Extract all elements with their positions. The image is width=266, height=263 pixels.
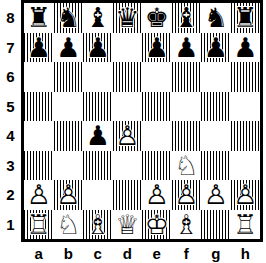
rank-label: 5 [0, 92, 21, 122]
square-e6[interactable] [142, 62, 172, 92]
square-c8[interactable]: ♝♝ [83, 3, 113, 33]
piece-halo: ♟ [54, 180, 84, 210]
square-f1[interactable]: ♝♗ [172, 210, 202, 240]
square-c2[interactable] [83, 180, 113, 210]
piece-halo: ♛ [113, 3, 143, 33]
square-e1[interactable]: ♚♔ [142, 210, 172, 240]
square-h3[interactable] [231, 151, 261, 181]
black-pawn-icon: ♟ [83, 121, 113, 151]
square-d1[interactable]: ♛♕ [113, 210, 143, 240]
square-b4[interactable] [54, 121, 84, 151]
square-e4[interactable] [142, 121, 172, 151]
square-a6[interactable] [24, 62, 54, 92]
piece-halo: ♞ [172, 151, 202, 181]
black-rook-icon: ♜ [24, 3, 54, 33]
square-d5[interactable] [113, 92, 143, 122]
white-queen-icon: ♕ [113, 210, 143, 240]
file-label: g [201, 243, 231, 263]
piece-halo: ♝ [83, 3, 113, 33]
square-f8[interactable]: ♝♝ [172, 3, 202, 33]
piece-halo: ♜ [24, 3, 54, 33]
square-a3[interactable] [24, 151, 54, 181]
square-g4[interactable] [201, 121, 231, 151]
square-b8[interactable]: ♞♞ [54, 3, 84, 33]
white-pawn-icon: ♙ [113, 121, 143, 151]
file-label: c [83, 243, 113, 263]
square-e7[interactable]: ♟♟ [142, 33, 172, 63]
rank-label: 2 [0, 180, 21, 210]
square-h6[interactable] [231, 62, 261, 92]
piece-halo: ♞ [54, 210, 84, 240]
square-a4[interactable] [24, 121, 54, 151]
file-label: f [172, 243, 202, 263]
square-c1[interactable]: ♝♗ [83, 210, 113, 240]
file-label: e [142, 243, 172, 263]
black-knight-icon: ♞ [201, 3, 231, 33]
piece-halo: ♟ [113, 121, 143, 151]
piece-halo: ♟ [201, 180, 231, 210]
square-d4[interactable]: ♟♙ [113, 121, 143, 151]
file-labels: a b c d e f g h [24, 243, 260, 263]
square-b7[interactable]: ♟♟ [54, 33, 84, 63]
square-f2[interactable]: ♟♙ [172, 180, 202, 210]
white-pawn-icon: ♙ [24, 180, 54, 210]
black-rook-icon: ♜ [231, 3, 261, 33]
file-label: h [231, 243, 261, 263]
rank-label: 4 [0, 121, 21, 151]
rank-label: 6 [0, 62, 21, 92]
white-rook-icon: ♖ [231, 210, 261, 240]
piece-halo: ♟ [54, 33, 84, 63]
white-bishop-icon: ♗ [172, 210, 202, 240]
square-d2[interactable] [113, 180, 143, 210]
white-knight-icon: ♘ [54, 210, 84, 240]
square-c7[interactable]: ♟♟ [83, 33, 113, 63]
piece-halo: ♜ [24, 210, 54, 240]
square-c5[interactable] [83, 92, 113, 122]
square-a5[interactable] [24, 92, 54, 122]
rank-label: 1 [0, 210, 21, 240]
square-h4[interactable] [231, 121, 261, 151]
black-bishop-icon: ♝ [172, 3, 202, 33]
piece-halo: ♞ [54, 3, 84, 33]
square-c3[interactable] [83, 151, 113, 181]
piece-halo: ♟ [142, 33, 172, 63]
square-b1[interactable]: ♞♘ [54, 210, 84, 240]
white-bishop-icon: ♗ [83, 210, 113, 240]
chess-board: ♜♜♞♞♝♝♛♛♚♚♝♝♞♞♜♜♟♟♟♟♟♟♟♟♟♟♟♟♟♟♟♟♟♙♞♘♟♙♟♙… [24, 3, 260, 239]
square-b5[interactable] [54, 92, 84, 122]
black-bishop-icon: ♝ [83, 3, 113, 33]
rank-label: 3 [0, 151, 21, 181]
piece-halo: ♝ [172, 3, 202, 33]
square-h8[interactable]: ♜♜ [231, 3, 261, 33]
black-pawn-icon: ♟ [83, 33, 113, 63]
black-queen-icon: ♛ [113, 3, 143, 33]
black-pawn-icon: ♟ [231, 33, 261, 63]
square-d8[interactable]: ♛♛ [113, 3, 143, 33]
square-g8[interactable]: ♞♞ [201, 3, 231, 33]
square-f3[interactable]: ♞♘ [172, 151, 202, 181]
square-a7[interactable]: ♟♟ [24, 33, 54, 63]
file-label: a [24, 243, 54, 263]
square-g6[interactable] [201, 62, 231, 92]
square-g7[interactable]: ♟♟ [201, 33, 231, 63]
piece-halo: ♝ [83, 210, 113, 240]
square-a2[interactable]: ♟♙ [24, 180, 54, 210]
square-a1[interactable]: ♜♖ [24, 210, 54, 240]
square-h1[interactable]: ♜♖ [231, 210, 261, 240]
rank-labels: 8 7 6 5 4 3 2 1 [0, 3, 21, 239]
board-frame: ♜♜♞♞♝♝♛♛♚♚♝♝♞♞♜♜♟♟♟♟♟♟♟♟♟♟♟♟♟♟♟♟♟♙♞♘♟♙♟♙… [21, 0, 263, 242]
file-label: d [113, 243, 143, 263]
square-e8[interactable]: ♚♚ [142, 3, 172, 33]
piece-halo: ♛ [113, 210, 143, 240]
white-rook-icon: ♖ [24, 210, 54, 240]
square-h5[interactable] [231, 92, 261, 122]
white-knight-icon: ♘ [172, 151, 202, 181]
square-h2[interactable]: ♟♙ [231, 180, 261, 210]
square-f5[interactable] [172, 92, 202, 122]
square-e2[interactable]: ♟♙ [142, 180, 172, 210]
piece-halo: ♚ [142, 3, 172, 33]
square-f4[interactable] [172, 121, 202, 151]
piece-halo: ♟ [142, 180, 172, 210]
square-g5[interactable] [201, 92, 231, 122]
chess-diagram: 8 7 6 5 4 3 2 1 ♜♜♞♞♝♝♛♛♚♚♝♝♞♞♜♜♟♟♟♟♟♟♟♟… [0, 0, 266, 263]
black-king-icon: ♚ [142, 3, 172, 33]
piece-halo: ♞ [201, 3, 231, 33]
square-g3[interactable] [201, 151, 231, 181]
white-pawn-icon: ♙ [172, 180, 202, 210]
square-a8[interactable]: ♜♜ [24, 3, 54, 33]
rank-label: 7 [0, 33, 21, 63]
square-e5[interactable] [142, 92, 172, 122]
black-knight-icon: ♞ [54, 3, 84, 33]
white-king-icon: ♔ [142, 210, 172, 240]
white-pawn-icon: ♙ [201, 180, 231, 210]
square-b6[interactable] [54, 62, 84, 92]
square-b2[interactable]: ♟♙ [54, 180, 84, 210]
piece-halo: ♟ [83, 121, 113, 151]
piece-halo: ♟ [172, 33, 202, 63]
white-pawn-icon: ♙ [54, 180, 84, 210]
piece-halo: ♟ [201, 33, 231, 63]
black-pawn-icon: ♟ [54, 33, 84, 63]
piece-halo: ♜ [231, 3, 261, 33]
square-c6[interactable] [83, 62, 113, 92]
piece-halo: ♟ [231, 33, 261, 63]
square-f6[interactable] [172, 62, 202, 92]
white-pawn-icon: ♙ [142, 180, 172, 210]
piece-halo: ♝ [172, 210, 202, 240]
piece-halo: ♟ [231, 180, 261, 210]
piece-halo: ♟ [24, 33, 54, 63]
black-pawn-icon: ♟ [172, 33, 202, 63]
square-d6[interactable] [113, 62, 143, 92]
square-h7[interactable]: ♟♟ [231, 33, 261, 63]
piece-halo: ♟ [83, 33, 113, 63]
square-f7[interactable]: ♟♟ [172, 33, 202, 63]
square-d3[interactable] [113, 151, 143, 181]
square-c4[interactable]: ♟♟ [83, 121, 113, 151]
black-pawn-icon: ♟ [24, 33, 54, 63]
rank-label: 8 [0, 3, 21, 33]
piece-halo: ♚ [142, 210, 172, 240]
white-pawn-icon: ♙ [231, 180, 261, 210]
file-label: b [54, 243, 84, 263]
square-e3[interactable] [142, 151, 172, 181]
square-g1[interactable] [201, 210, 231, 240]
black-pawn-icon: ♟ [201, 33, 231, 63]
square-d7[interactable] [113, 33, 143, 63]
piece-halo: ♟ [24, 180, 54, 210]
piece-halo: ♟ [172, 180, 202, 210]
square-b3[interactable] [54, 151, 84, 181]
square-g2[interactable]: ♟♙ [201, 180, 231, 210]
black-pawn-icon: ♟ [142, 33, 172, 63]
piece-halo: ♜ [231, 210, 261, 240]
